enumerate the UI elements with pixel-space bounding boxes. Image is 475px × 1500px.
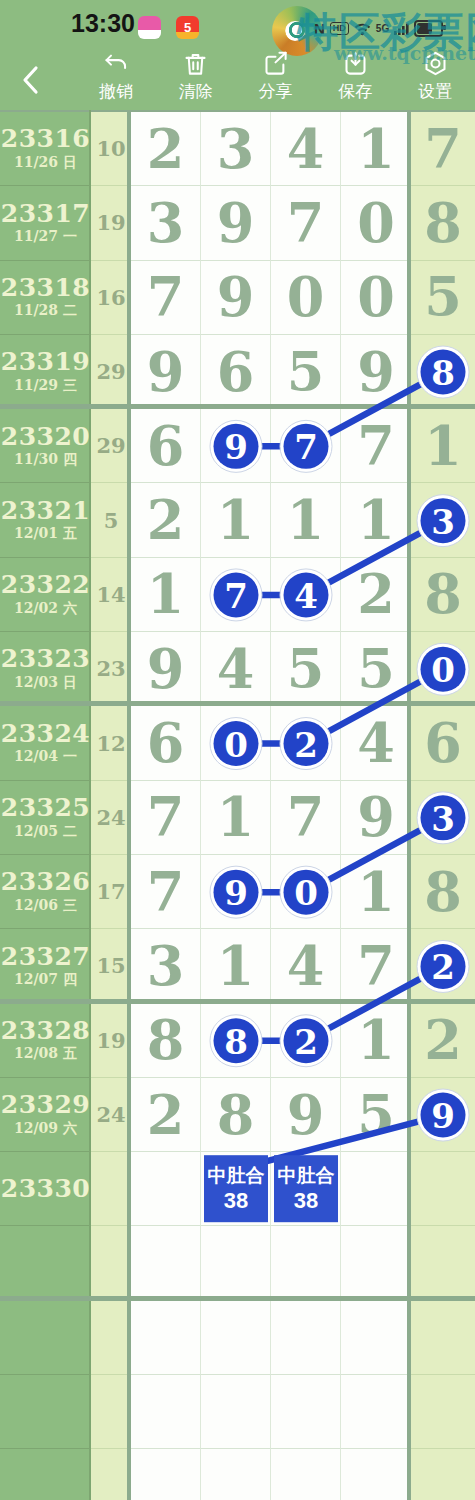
table-top-rule (0, 110, 475, 112)
digit-cell[interactable] (411, 483, 475, 557)
digit-cell[interactable] (271, 1301, 341, 1375)
digit-cell[interactable]: 6 (131, 706, 201, 780)
draw-date: 12/08 五 (14, 1045, 77, 1063)
share-button[interactable]: 分享 (236, 50, 316, 108)
period-number: 23318 (1, 274, 90, 302)
digit-cell[interactable]: 1 (271, 483, 341, 557)
pink-app-icon (138, 16, 161, 39)
sum-cell: 19 (91, 186, 131, 260)
digit-cell[interactable]: 0 (271, 261, 341, 335)
digit-cell[interactable] (341, 1301, 411, 1375)
digit-cell[interactable]: 7 (411, 112, 475, 186)
share-label: 分享 (258, 80, 292, 103)
sum-cell (91, 1152, 131, 1226)
digit-cell[interactable]: 9 (131, 632, 201, 706)
digit-cell[interactable]: 6 (201, 335, 271, 409)
digit-cell[interactable]: 7 (271, 186, 341, 260)
digit-cell[interactable]: 9 (271, 1078, 341, 1152)
back-button[interactable] (20, 64, 42, 96)
digit-cell[interactable] (411, 1226, 475, 1300)
sum-cell: 24 (91, 1078, 131, 1152)
digit-cell[interactable] (201, 706, 271, 780)
digit-cell[interactable] (411, 929, 475, 1003)
digit-cell[interactable] (271, 1449, 341, 1500)
undo-button[interactable]: 撤销 (76, 50, 156, 108)
undo-icon (102, 50, 129, 77)
digit-cell[interactable]: 1 (341, 855, 411, 929)
digit-cell[interactable] (411, 632, 475, 706)
sum-cell: 17 (91, 855, 131, 929)
sum-cell: 14 (91, 558, 131, 632)
digit-cell[interactable]: 8 (201, 1078, 271, 1152)
sum-cell: 15 (91, 929, 131, 1003)
digit-cell[interactable] (131, 1301, 201, 1375)
digit-cell[interactable]: 7 (131, 261, 201, 335)
digit-cell[interactable]: 3 (131, 186, 201, 260)
draw-date: 12/02 六 (14, 600, 77, 618)
period-number: 23330 (1, 1175, 90, 1203)
sum-cell: 29 (91, 335, 131, 409)
period-number: 23329 (1, 1091, 90, 1119)
draw-date: 12/06 三 (14, 897, 77, 915)
period-number: 23321 (1, 497, 90, 525)
clear-button[interactable]: 清除 (156, 50, 236, 108)
digit-cell[interactable] (131, 1152, 201, 1226)
sum-cell: 19 (91, 1004, 131, 1078)
digit-cell[interactable]: 1 (341, 483, 411, 557)
digit-cell[interactable]: 1 (131, 558, 201, 632)
group-divider (0, 701, 475, 706)
digit-cell[interactable] (271, 558, 341, 632)
draw-date: 12/04 一 (14, 748, 77, 766)
sum-cell (91, 1375, 131, 1449)
digit-cell[interactable] (341, 1449, 411, 1500)
digit-cell[interactable] (201, 1449, 271, 1500)
period-cell (0, 1226, 91, 1300)
digit-cell[interactable] (201, 1301, 271, 1375)
digit-cell[interactable] (341, 1375, 411, 1449)
digit-cell[interactable]: 9 (201, 261, 271, 335)
digit-cell[interactable]: 9 (341, 335, 411, 409)
digit-cell[interactable]: 5 (341, 1078, 411, 1152)
digit-cell[interactable]: 2 (131, 1078, 201, 1152)
period-number: 23326 (1, 868, 90, 896)
digit-cell[interactable]: 9 (341, 781, 411, 855)
digit-cell[interactable] (271, 1375, 341, 1449)
digit-cell[interactable] (201, 1004, 271, 1078)
digit-cell[interactable]: 1 (201, 483, 271, 557)
digit-cell[interactable]: 1 (201, 781, 271, 855)
digit-cell[interactable]: 7 (271, 781, 341, 855)
period-cell: 2332312/03 日 (0, 632, 91, 706)
group-divider (0, 999, 475, 1004)
clear-label: 清除 (179, 80, 213, 103)
digit-cell[interactable]: 1 (411, 409, 475, 483)
digit-cell[interactable] (411, 1152, 475, 1226)
group-divider (0, 1296, 475, 1301)
draw-date: 12/07 四 (14, 971, 77, 989)
period-cell: 2332912/09 六 (0, 1078, 91, 1152)
digit-cell[interactable]: 0 (341, 261, 411, 335)
digit-cell[interactable]: 4 (201, 632, 271, 706)
sum-cell: 29 (91, 409, 131, 483)
draw-date: 11/27 一 (14, 228, 77, 246)
digit-cell[interactable]: 7 (341, 929, 411, 1003)
sum-cell (91, 1449, 131, 1500)
draw-date: 12/01 五 (14, 525, 77, 543)
draw-date: 11/28 二 (14, 302, 77, 320)
digit-cell[interactable] (411, 1449, 475, 1500)
period-cell: 2331811/28 二 (0, 261, 91, 335)
digit-cell[interactable] (131, 1375, 201, 1449)
sum-cell: 5 (91, 483, 131, 557)
period-cell: 2331611/26 日 (0, 112, 91, 186)
digit-cell[interactable] (201, 558, 271, 632)
digit-cell[interactable]: 6 (411, 706, 475, 780)
digit-cell[interactable]: 2 (411, 1004, 475, 1078)
sum-cell: 12 (91, 706, 131, 780)
digit-cell[interactable]: 2 (341, 558, 411, 632)
period-number: 23328 (1, 1017, 90, 1045)
digit-cell[interactable] (131, 1449, 201, 1500)
period-cell: 2331911/29 三 (0, 335, 91, 409)
right-sage-rule (407, 110, 411, 1500)
draw-date: 11/30 四 (14, 451, 77, 469)
digit-cell[interactable]: 2 (131, 112, 201, 186)
draw-date: 11/26 日 (14, 154, 77, 172)
digit-cell[interactable]: 3 (131, 929, 201, 1003)
digit-cell[interactable] (201, 855, 271, 929)
settings-label: 设置 (418, 80, 452, 103)
draw-date: 12/09 六 (14, 1120, 77, 1138)
period-number: 23325 (1, 794, 90, 822)
digit-cell[interactable]: 8 (411, 558, 475, 632)
digit-cell[interactable] (271, 409, 341, 483)
period-number: 23319 (1, 348, 90, 376)
digit-cell[interactable]: 8 (131, 1004, 201, 1078)
digit-cell[interactable]: 5 (411, 261, 475, 335)
draw-date: 11/29 三 (14, 377, 77, 395)
period-cell: 23330 (0, 1152, 91, 1226)
period-cell: 2332212/02 六 (0, 558, 91, 632)
sum-cell: 24 (91, 781, 131, 855)
digit-cell[interactable] (271, 1004, 341, 1078)
digit-cell[interactable]: 1 (341, 112, 411, 186)
share-icon (262, 50, 289, 77)
group-divider (0, 404, 475, 409)
digit-cell[interactable] (411, 1375, 475, 1449)
digit-cell[interactable] (271, 706, 341, 780)
digit-cell[interactable]: 0 (341, 186, 411, 260)
period-cell: 2331711/27 一 (0, 186, 91, 260)
draw-date: 12/03 日 (14, 674, 77, 692)
digit-cell[interactable] (341, 1226, 411, 1300)
digit-cell[interactable] (411, 335, 475, 409)
digit-cell[interactable] (201, 1152, 271, 1226)
digit-cell[interactable]: 5 (271, 335, 341, 409)
left-sage-rule (127, 110, 131, 1500)
digit-cell[interactable] (411, 1301, 475, 1375)
digit-cell[interactable]: 4 (271, 112, 341, 186)
digit-cell[interactable]: 3 (201, 112, 271, 186)
period-number: 23317 (1, 200, 90, 228)
digit-cell[interactable]: 1 (341, 1004, 411, 1078)
digit-cell[interactable]: 8 (411, 855, 475, 929)
sum-cell: 16 (91, 261, 131, 335)
sum-cell (91, 1301, 131, 1375)
trash-icon (182, 50, 209, 77)
digit-cell[interactable] (201, 1226, 271, 1300)
digit-cell[interactable]: 7 (131, 855, 201, 929)
digit-cell[interactable]: 5 (271, 632, 341, 706)
digit-cell[interactable]: 6 (131, 409, 201, 483)
digit-cell[interactable]: 7 (131, 781, 201, 855)
digit-cell[interactable] (411, 1078, 475, 1152)
period-cell (0, 1301, 91, 1375)
save-label: 保存 (338, 80, 372, 103)
digit-cell[interactable] (411, 781, 475, 855)
digit-cell[interactable] (271, 855, 341, 929)
trend-table[interactable]: 2331611/26 日10234172331711/27 一193970823… (0, 112, 475, 1500)
period-cell: 2332412/04 一 (0, 706, 91, 780)
sum-cell: 10 (91, 112, 131, 186)
period-number: 23324 (1, 720, 90, 748)
digit-cell[interactable] (201, 1375, 271, 1449)
period-number: 23322 (1, 571, 90, 599)
clock-time: 13:30 (71, 9, 135, 38)
digit-cell[interactable] (271, 1226, 341, 1300)
digit-cell[interactable]: 9 (201, 186, 271, 260)
digit-cell[interactable]: 4 (271, 929, 341, 1003)
period-column-rule (89, 110, 91, 1500)
period-number: 23320 (1, 423, 90, 451)
period-cell: 2332512/05 二 (0, 781, 91, 855)
digit-cell[interactable]: 5 (341, 632, 411, 706)
digit-cell[interactable] (271, 1152, 341, 1226)
digit-cell[interactable] (201, 409, 271, 483)
digit-cell[interactable]: 2 (131, 483, 201, 557)
digit-cell[interactable]: 8 (411, 186, 475, 260)
lottery-chart-screen: 13:30 5 N HD 5G 特区彩票网 www.tqcp.net 撤销 (0, 0, 475, 1500)
period-number: 23327 (1, 943, 90, 971)
period-cell: 2332812/08 五 (0, 1004, 91, 1078)
digit-cell[interactable]: 7 (341, 409, 411, 483)
watermark-url: www.tqcp.net (334, 42, 475, 64)
draw-date: 12/05 二 (14, 823, 77, 841)
period-number: 23323 (1, 645, 90, 673)
period-cell: 2332011/30 四 (0, 409, 91, 483)
digit-cell[interactable] (131, 1226, 201, 1300)
undo-label: 撤销 (99, 80, 133, 103)
sum-cell: 23 (91, 632, 131, 706)
digit-cell[interactable] (341, 1152, 411, 1226)
digit-cell[interactable]: 1 (201, 929, 271, 1003)
period-cell: 2332612/06 三 (0, 855, 91, 929)
period-cell (0, 1449, 91, 1500)
period-number: 23316 (1, 125, 90, 153)
period-cell: 2332712/07 四 (0, 929, 91, 1003)
sum-cell (91, 1226, 131, 1300)
digit-cell[interactable]: 9 (131, 335, 201, 409)
period-cell (0, 1375, 91, 1449)
digit-cell[interactable]: 4 (341, 706, 411, 780)
app-badge-icon: 5 (176, 16, 199, 39)
period-cell: 2332112/01 五 (0, 483, 91, 557)
